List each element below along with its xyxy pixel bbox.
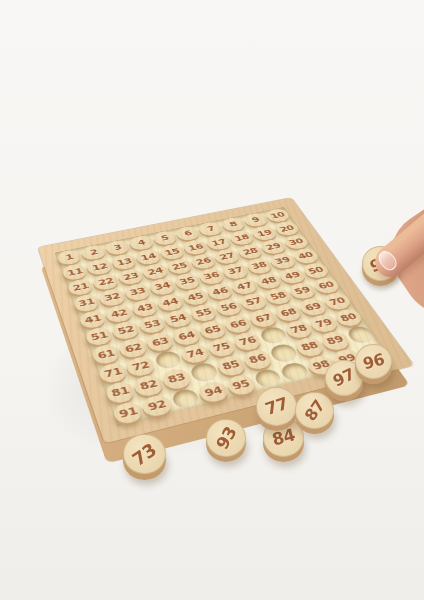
disc-number: 69 (303, 301, 323, 313)
disc-number: 72 (131, 359, 151, 373)
disc-top: 93 (206, 419, 246, 457)
disc-number: 71 (103, 366, 123, 380)
disc-number: 70 (327, 295, 347, 307)
disc-number: 83 (166, 372, 187, 386)
disc-number: 94 (203, 384, 225, 399)
disc-number: 36 (202, 271, 221, 282)
loose-disc-96[interactable]: 96 (355, 344, 392, 381)
disc-number: 32 (103, 292, 122, 304)
disc-number: 76 (237, 335, 258, 348)
disc-number: 63 (150, 335, 170, 348)
disc-number: 78 (288, 323, 309, 336)
disc-top: 73 (123, 434, 166, 474)
disc-number: 17 (210, 237, 228, 247)
disc-number: 28 (241, 246, 259, 256)
disc-number: 23 (122, 271, 140, 282)
disc-number: 88 (299, 340, 320, 353)
disc-top: 77 (256, 387, 297, 426)
disc-number: 45 (186, 291, 205, 303)
disc-number: 2 (89, 248, 99, 257)
disc-number: 67 (253, 312, 273, 324)
disc-number: 21 (72, 281, 90, 292)
disc-number: 35 (178, 276, 197, 287)
disc-number: 60 (316, 280, 336, 291)
disc-number: 44 (161, 296, 180, 308)
disc-number: 4 (136, 238, 147, 247)
disc-number: 82 (138, 378, 159, 392)
disc-number: 51 (90, 330, 109, 343)
disc-number: 55 (194, 307, 214, 319)
disc-number: 40 (296, 251, 315, 261)
disc-number: 42 (109, 307, 128, 319)
disc-number: 37 (226, 265, 245, 276)
disc-number: 18 (233, 233, 251, 243)
disc-number: 48 (259, 275, 278, 286)
disc-number: 68 (278, 306, 298, 318)
disc-number: 50 (306, 265, 325, 276)
disc-number: 53 (143, 318, 163, 330)
disc-number: 56 (219, 301, 239, 313)
disc-number: 14 (139, 252, 157, 262)
disc-number: 6 (183, 229, 194, 237)
disc-number: 27 (218, 251, 236, 261)
disc-number: 86 (247, 353, 268, 367)
disc-number: 1 (64, 253, 74, 262)
disc-number: 85 (220, 359, 241, 373)
disc-number: 96 (361, 349, 386, 373)
disc-number: 39 (273, 256, 292, 267)
disc-number: 30 (287, 237, 305, 247)
disc-number: 43 (135, 302, 154, 314)
disc-number: 34 (153, 281, 172, 292)
disc-number: 13 (115, 257, 133, 268)
disc-number: 81 (110, 385, 131, 400)
disc-number: 89 (325, 334, 346, 347)
disc-number: 66 (228, 318, 248, 330)
disc-number: 58 (268, 290, 288, 302)
disc-number: 31 (77, 297, 96, 309)
disc-number: 59 (293, 285, 313, 296)
disc-number: 97 (330, 365, 357, 391)
disc-number: 61 (96, 347, 116, 360)
disc-number: 8 (228, 220, 239, 228)
disc-number: 46 (210, 286, 229, 297)
disc-number: 11 (66, 266, 84, 277)
disc-number: 16 (187, 242, 205, 252)
disc-number: 41 (83, 313, 102, 325)
loose-disc-73[interactable]: 73 (123, 434, 166, 477)
disc-number: 33 (128, 286, 147, 297)
disc-number: 87 (301, 396, 329, 424)
loose-disc-93[interactable]: 93 (206, 419, 246, 459)
disc-number: 75 (211, 341, 232, 354)
disc-number: 79 (313, 317, 334, 329)
disc-number: 92 (146, 398, 168, 413)
disc-number: 57 (244, 296, 264, 308)
disc-number: 5 (160, 234, 171, 243)
disc-number: 77 (263, 393, 291, 419)
photo-backdrop: 1234567891011121314151617181920212223242… (0, 0, 424, 600)
disc-number: 29 (264, 242, 282, 252)
disc-top: 96 (355, 344, 392, 379)
disc-number: 26 (194, 256, 212, 267)
disc-number: 9 (250, 216, 261, 224)
disc-number: 65 (202, 323, 222, 336)
disc-number: 93 (212, 423, 241, 453)
disc-number: 19 (255, 228, 273, 238)
disc-number: 10 (269, 211, 287, 220)
disc-number: 24 (146, 266, 164, 277)
disc-number: 25 (170, 261, 188, 272)
disc-number: 91 (117, 405, 138, 420)
disc-number: 80 (338, 311, 359, 323)
disc-number: 22 (97, 276, 115, 287)
disc-number: 7 (205, 225, 216, 233)
loose-disc-77[interactable]: 77 (256, 387, 297, 428)
disc-number: 15 (163, 247, 181, 257)
disc-number: 74 (185, 347, 206, 360)
disc-number: 62 (123, 341, 143, 354)
disc-number: 64 (176, 329, 196, 342)
disc-number: 12 (91, 261, 109, 272)
disc-number: 49 (283, 270, 302, 281)
disc-number: 20 (278, 224, 296, 234)
disc-number: 38 (250, 260, 269, 271)
disc-number: 73 (129, 439, 161, 470)
disc-number: 3 (113, 243, 123, 252)
disc-number: 52 (116, 324, 136, 337)
disc-number: 54 (168, 313, 188, 325)
disc-number: 47 (235, 280, 254, 291)
disc-number: 95 (230, 378, 252, 392)
